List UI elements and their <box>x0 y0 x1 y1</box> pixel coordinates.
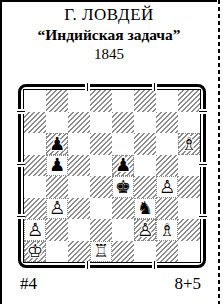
square-d2 <box>90 219 112 241</box>
white-bishop: ♝♗ <box>156 219 178 241</box>
square-g5 <box>156 155 178 177</box>
white-bishop: ♝♗ <box>178 133 200 155</box>
square-g2: ♝♗ <box>156 219 178 241</box>
square-b4 <box>46 176 68 198</box>
black-knight: ♞♞ <box>134 198 156 220</box>
stipulation: #4 <box>20 274 37 294</box>
square-a3 <box>24 198 46 220</box>
square-f6 <box>134 133 156 155</box>
square-h2 <box>178 219 200 241</box>
white-pawn: ♟♙ <box>156 176 178 198</box>
square-c5 <box>68 155 90 177</box>
material-count: 8+5 <box>174 274 201 294</box>
square-h1 <box>178 241 200 263</box>
square-d7 <box>90 112 112 134</box>
square-c7 <box>68 112 90 134</box>
square-f5 <box>134 155 156 177</box>
square-h3 <box>178 198 200 220</box>
square-e3 <box>112 198 134 220</box>
border-tick <box>85 83 90 91</box>
black-pawn: ♟♟ <box>46 133 68 155</box>
square-f7 <box>134 112 156 134</box>
square-g6 <box>156 133 178 155</box>
white-pawn: ♟♙ <box>134 219 156 241</box>
page-border-right-dashed <box>218 0 220 304</box>
square-e7 <box>112 112 134 134</box>
square-f8 <box>134 90 156 112</box>
page: Г. ЛОВДЕЙ “Индийская задача” 1845 ♟♟♝♗♟♟… <box>0 0 223 304</box>
square-d6 <box>90 133 112 155</box>
problem-title: “Индийская задача” <box>0 25 218 45</box>
border-tick <box>152 261 157 269</box>
square-d8 <box>90 90 112 112</box>
square-c3 <box>68 198 90 220</box>
white-rook: ♜♖ <box>90 241 112 263</box>
square-e4: ♚♚ <box>112 176 134 198</box>
square-f1 <box>134 241 156 263</box>
border-tick <box>17 162 25 167</box>
square-e6 <box>112 133 134 155</box>
square-h4 <box>178 176 200 198</box>
square-b3: ♟♙ <box>46 198 68 220</box>
square-h7 <box>178 112 200 134</box>
square-g4: ♟♙ <box>156 176 178 198</box>
square-d3 <box>90 198 112 220</box>
square-a8 <box>24 90 46 112</box>
square-a7 <box>24 112 46 134</box>
black-king: ♚♚ <box>112 176 134 198</box>
square-a2: ♟♙ <box>24 219 46 241</box>
square-d1: ♜♖ <box>90 241 112 263</box>
square-b1 <box>46 241 68 263</box>
white-pawn: ♟♙ <box>46 198 68 220</box>
border-tick <box>17 214 25 219</box>
page-border-top <box>0 0 217 2</box>
border-tick <box>199 109 207 114</box>
chess-board: ♟♟♝♗♟♟♟♟♚♚♟♙♟♙♞♞♟♙♟♙♝♗♚♔♜♖ <box>24 90 200 262</box>
year: 1845 <box>0 45 218 64</box>
square-c8 <box>68 90 90 112</box>
square-b8 <box>46 90 68 112</box>
chess-board-inner-border: ♟♟♝♗♟♟♟♟♚♚♟♙♟♙♞♞♟♙♟♙♝♗♚♔♜♖ <box>23 89 201 263</box>
square-h5 <box>178 155 200 177</box>
square-e8 <box>112 90 134 112</box>
square-b6: ♟♟ <box>46 133 68 155</box>
square-h8 <box>178 90 200 112</box>
border-tick <box>199 214 207 219</box>
square-b7 <box>46 112 68 134</box>
square-g7 <box>156 112 178 134</box>
square-a1: ♚♔ <box>24 241 46 263</box>
square-f2: ♟♙ <box>134 219 156 241</box>
square-b2 <box>46 219 68 241</box>
footer: #4 8+5 <box>0 274 218 294</box>
square-g3 <box>156 198 178 220</box>
square-h6: ♝♗ <box>178 133 200 155</box>
square-c6 <box>68 133 90 155</box>
square-g1 <box>156 241 178 263</box>
square-c2 <box>68 219 90 241</box>
square-f3: ♞♞ <box>134 198 156 220</box>
border-tick <box>85 261 90 269</box>
square-d4 <box>90 176 112 198</box>
square-a6 <box>24 133 46 155</box>
square-c4 <box>68 176 90 198</box>
white-pawn: ♟♙ <box>24 219 46 241</box>
square-e5: ♟♟ <box>112 155 134 177</box>
border-tick <box>199 162 207 167</box>
square-d5 <box>90 155 112 177</box>
black-pawn: ♟♟ <box>112 155 134 177</box>
square-c1 <box>68 241 90 263</box>
square-e1 <box>112 241 134 263</box>
border-tick <box>152 83 157 91</box>
square-g8 <box>156 90 178 112</box>
chess-board-frame: ♟♟♝♗♟♟♟♟♚♚♟♙♟♙♞♞♟♙♟♙♝♗♚♔♜♖ <box>18 84 206 268</box>
square-b5: ♟♟ <box>46 155 68 177</box>
composer-name: Г. ЛОВДЕЙ <box>0 4 218 25</box>
border-tick <box>17 109 25 114</box>
header: Г. ЛОВДЕЙ “Индийская задача” 1845 <box>0 4 218 64</box>
square-a5 <box>24 155 46 177</box>
square-a4 <box>24 176 46 198</box>
black-pawn: ♟♟ <box>46 155 68 177</box>
white-king: ♚♔ <box>24 241 46 263</box>
square-e2 <box>112 219 134 241</box>
square-f4 <box>134 176 156 198</box>
